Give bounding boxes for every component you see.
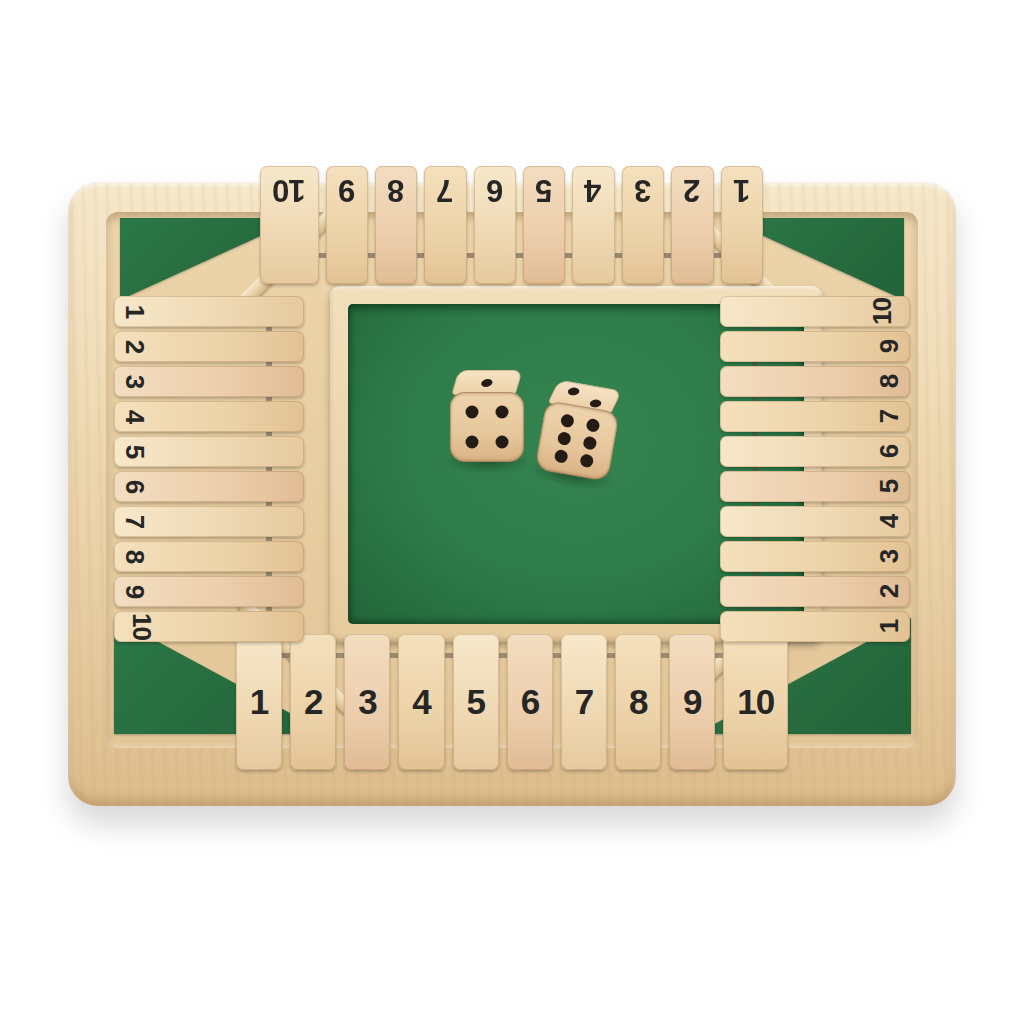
tile-left-1[interactable]: 1	[114, 296, 304, 327]
tile-top-10[interactable]: 10	[260, 166, 319, 284]
tile-top-2[interactable]: 2	[671, 166, 713, 284]
tile-number: 4	[874, 515, 905, 528]
tile-top-1[interactable]: 1	[721, 166, 763, 284]
tile-number: 3	[874, 550, 905, 563]
tile-number: 4	[398, 682, 444, 722]
tile-number: 5	[453, 682, 499, 722]
tile-right-4[interactable]: 4	[720, 506, 910, 537]
tile-top-8[interactable]: 8	[375, 166, 417, 284]
tile-number: 10	[723, 682, 788, 722]
tile-number: 8	[874, 375, 905, 388]
tile-top-9[interactable]: 9	[326, 166, 368, 284]
tile-top-7[interactable]: 7	[424, 166, 466, 284]
tile-number: 10	[260, 172, 319, 208]
tile-number: 7	[424, 172, 466, 208]
tile-number: 2	[671, 172, 713, 208]
shut-the-box-board: 10987654321 12345678910 12345678910 1098…	[68, 182, 956, 806]
tile-right-1[interactable]: 1	[720, 611, 910, 642]
tile-number: 7	[561, 682, 607, 722]
tile-bottom-9[interactable]: 9	[669, 634, 715, 770]
tile-left-6[interactable]: 6	[114, 471, 304, 502]
die-pip	[480, 379, 493, 387]
tile-bottom-4[interactable]: 4	[398, 634, 444, 770]
tile-left-7[interactable]: 7	[114, 506, 304, 537]
die-pip	[495, 406, 508, 419]
tile-left-4[interactable]: 4	[114, 401, 304, 432]
tile-number: 5	[119, 445, 150, 458]
tile-number: 9	[119, 585, 150, 598]
tile-left-2[interactable]: 2	[114, 331, 304, 362]
tile-number: 3	[344, 682, 390, 722]
tile-number: 1	[236, 682, 282, 722]
die-pip	[583, 436, 598, 451]
tile-number: 2	[290, 682, 336, 722]
tile-number: 2	[874, 585, 905, 598]
tile-number: 9	[874, 340, 905, 353]
die-right[interactable]	[535, 378, 624, 481]
product-photo-stage: 10987654321 12345678910 12345678910 1098…	[0, 0, 1024, 1024]
tile-right-7[interactable]: 7	[720, 401, 910, 432]
tile-column-left: 12345678910	[114, 296, 304, 632]
die-pip	[466, 406, 479, 419]
tile-bottom-3[interactable]: 3	[344, 634, 390, 770]
tile-left-10[interactable]: 10	[114, 611, 304, 642]
die-pip	[588, 398, 602, 407]
tile-number: 1	[119, 305, 150, 318]
tile-bottom-5[interactable]: 5	[453, 634, 499, 770]
tile-left-5[interactable]: 5	[114, 436, 304, 467]
die-pip	[580, 454, 595, 469]
tile-number: 6	[119, 480, 150, 493]
tile-number: 6	[474, 172, 516, 208]
tile-top-6[interactable]: 6	[474, 166, 516, 284]
die-pip	[560, 413, 575, 428]
tile-number: 9	[326, 172, 368, 208]
tile-bottom-7[interactable]: 7	[561, 634, 607, 770]
tile-number: 8	[119, 550, 150, 563]
die-left[interactable]	[450, 370, 524, 462]
tile-bottom-2[interactable]: 2	[290, 634, 336, 770]
die-front-face-showing-4	[450, 392, 524, 462]
die-pip	[567, 386, 581, 395]
tile-bottom-8[interactable]: 8	[615, 634, 661, 770]
tile-number: 4	[119, 410, 150, 423]
die-pip	[466, 435, 479, 448]
die-pip	[556, 431, 571, 446]
tile-number: 3	[119, 375, 150, 388]
tile-top-4[interactable]: 4	[572, 166, 614, 284]
tile-number: 2	[119, 340, 150, 353]
tile-left-8[interactable]: 8	[114, 541, 304, 572]
tile-number: 10	[126, 613, 157, 640]
tile-number: 7	[119, 515, 150, 528]
tile-number: 6	[507, 682, 553, 722]
tile-number: 4	[572, 172, 614, 208]
tile-left-9[interactable]: 9	[114, 576, 304, 607]
tile-number: 5	[874, 480, 905, 493]
tile-top-5[interactable]: 5	[523, 166, 565, 284]
tile-number: 6	[874, 445, 905, 458]
tile-right-2[interactable]: 2	[720, 576, 910, 607]
tile-bottom-10[interactable]: 10	[723, 634, 788, 770]
tile-right-9[interactable]: 9	[720, 331, 910, 362]
die-pip	[553, 449, 568, 464]
tile-number: 1	[721, 172, 763, 208]
tile-number: 8	[615, 682, 661, 722]
tile-row-top: 10987654321	[260, 166, 763, 284]
tile-number: 5	[523, 172, 565, 208]
tile-column-right: 10987654321	[720, 296, 910, 632]
tile-right-10[interactable]: 10	[720, 296, 910, 327]
tile-number: 8	[375, 172, 417, 208]
tile-right-8[interactable]: 8	[720, 366, 910, 397]
tile-row-bottom: 12345678910	[236, 634, 788, 770]
die-pip	[586, 418, 601, 433]
tile-number: 3	[622, 172, 664, 208]
tile-right-6[interactable]: 6	[720, 436, 910, 467]
tile-bottom-1[interactable]: 1	[236, 634, 282, 770]
tile-left-3[interactable]: 3	[114, 366, 304, 397]
tile-right-5[interactable]: 5	[720, 471, 910, 502]
tile-number: 10	[867, 298, 898, 325]
tile-bottom-6[interactable]: 6	[507, 634, 553, 770]
die-front-face-showing-6	[535, 400, 620, 482]
tile-right-3[interactable]: 3	[720, 541, 910, 572]
tile-number: 9	[669, 682, 715, 722]
tile-top-3[interactable]: 3	[622, 166, 664, 284]
tile-number: 7	[874, 410, 905, 423]
tile-number: 1	[874, 620, 905, 633]
die-pip	[495, 435, 508, 448]
